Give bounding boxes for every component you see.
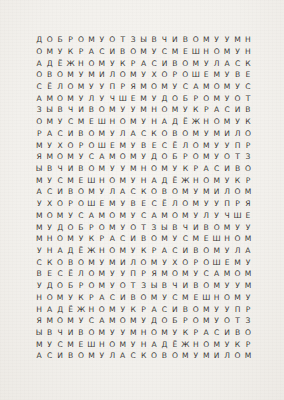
- grid-cell[interactable]: Д: [34, 34, 44, 46]
- grid-cell[interactable]: У: [118, 268, 128, 280]
- grid-cell[interactable]: Р: [86, 292, 96, 304]
- grid-cell[interactable]: У: [128, 175, 138, 187]
- grid-cell[interactable]: О: [97, 222, 107, 234]
- grid-cell[interactable]: Т: [128, 280, 138, 292]
- grid-cell[interactable]: Ё: [76, 245, 86, 257]
- grid-cell[interactable]: С: [55, 268, 65, 280]
- grid-cell[interactable]: М: [201, 186, 211, 198]
- grid-cell[interactable]: В: [180, 304, 190, 316]
- grid-cell[interactable]: К: [44, 257, 54, 269]
- grid-cell[interactable]: О: [170, 350, 180, 362]
- grid-cell[interactable]: М: [65, 69, 75, 81]
- grid-cell[interactable]: У: [55, 116, 65, 128]
- grid-cell[interactable]: И: [191, 222, 201, 234]
- grid-cell[interactable]: М: [128, 151, 138, 163]
- grid-cell[interactable]: У: [138, 116, 148, 128]
- grid-cell[interactable]: Р: [243, 175, 253, 187]
- grid-cell[interactable]: М: [65, 315, 75, 327]
- grid-cell[interactable]: С: [180, 81, 190, 93]
- grid-cell[interactable]: С: [170, 292, 180, 304]
- grid-cell[interactable]: М: [211, 93, 221, 105]
- grid-cell[interactable]: М: [65, 339, 75, 351]
- grid-cell[interactable]: У: [222, 245, 232, 257]
- grid-cell[interactable]: У: [180, 104, 190, 116]
- grid-cell[interactable]: У: [159, 292, 169, 304]
- grid-cell[interactable]: Б: [76, 222, 86, 234]
- grid-cell[interactable]: О: [211, 46, 221, 58]
- grid-cell[interactable]: И: [76, 104, 86, 116]
- grid-cell[interactable]: М: [118, 245, 128, 257]
- grid-cell[interactable]: У: [191, 350, 201, 362]
- grid-cell[interactable]: С: [44, 350, 54, 362]
- grid-cell[interactable]: О: [159, 151, 169, 163]
- grid-cell[interactable]: М: [232, 257, 242, 269]
- grid-cell[interactable]: А: [34, 93, 44, 105]
- grid-cell[interactable]: А: [34, 57, 44, 69]
- grid-cell[interactable]: М: [159, 163, 169, 175]
- grid-cell[interactable]: Ё: [170, 339, 180, 351]
- grid-cell[interactable]: Д: [149, 315, 159, 327]
- grid-cell[interactable]: Ё: [65, 268, 75, 280]
- grid-cell[interactable]: Ш: [191, 46, 201, 58]
- grid-cell[interactable]: М: [65, 175, 75, 187]
- grid-cell[interactable]: У: [222, 280, 232, 292]
- grid-cell[interactable]: С: [222, 104, 232, 116]
- grid-cell[interactable]: С: [138, 128, 148, 140]
- grid-cell[interactable]: У: [118, 163, 128, 175]
- grid-cell[interactable]: У: [232, 222, 242, 234]
- grid-cell[interactable]: М: [138, 93, 148, 105]
- grid-cell[interactable]: О: [180, 57, 190, 69]
- grid-cell[interactable]: О: [201, 257, 211, 269]
- grid-cell[interactable]: В: [159, 186, 169, 198]
- grid-cell[interactable]: О: [243, 128, 253, 140]
- grid-cell[interactable]: У: [211, 198, 221, 210]
- grid-cell[interactable]: Н: [222, 233, 232, 245]
- grid-cell[interactable]: Ш: [211, 233, 221, 245]
- grid-cell[interactable]: О: [232, 233, 242, 245]
- grid-cell[interactable]: М: [201, 139, 211, 151]
- grid-cell[interactable]: М: [159, 327, 169, 339]
- grid-cell[interactable]: Р: [128, 57, 138, 69]
- grid-cell[interactable]: Л: [128, 257, 138, 269]
- grid-cell[interactable]: О: [191, 139, 201, 151]
- grid-cell[interactable]: О: [128, 46, 138, 58]
- grid-cell[interactable]: О: [180, 257, 190, 269]
- grid-cell[interactable]: В: [159, 280, 169, 292]
- grid-cell[interactable]: Ы: [34, 327, 44, 339]
- grid-cell[interactable]: Ё: [159, 198, 169, 210]
- grid-cell[interactable]: У: [211, 304, 221, 316]
- grid-cell[interactable]: О: [107, 339, 117, 351]
- grid-cell[interactable]: У: [243, 222, 253, 234]
- grid-cell[interactable]: У: [97, 34, 107, 46]
- grid-cell[interactable]: У: [149, 46, 159, 58]
- grid-cell[interactable]: Ы: [138, 34, 148, 46]
- grid-cell[interactable]: О: [149, 233, 159, 245]
- grid-cell[interactable]: А: [118, 350, 128, 362]
- grid-cell[interactable]: У: [128, 104, 138, 116]
- grid-cell[interactable]: Ж: [65, 57, 75, 69]
- grid-cell[interactable]: А: [191, 81, 201, 93]
- grid-cell[interactable]: К: [243, 116, 253, 128]
- grid-cell[interactable]: В: [44, 163, 54, 175]
- grid-cell[interactable]: М: [65, 93, 75, 105]
- grid-cell[interactable]: М: [180, 186, 190, 198]
- grid-cell[interactable]: У: [107, 163, 117, 175]
- grid-cell[interactable]: Н: [138, 339, 148, 351]
- grid-cell[interactable]: У: [76, 69, 86, 81]
- grid-cell[interactable]: О: [107, 34, 117, 46]
- grid-cell[interactable]: О: [222, 292, 232, 304]
- grid-cell[interactable]: С: [159, 304, 169, 316]
- grid-cell[interactable]: Я: [149, 268, 159, 280]
- grid-cell[interactable]: В: [232, 69, 242, 81]
- grid-cell[interactable]: У: [107, 327, 117, 339]
- grid-cell[interactable]: С: [55, 339, 65, 351]
- grid-cell[interactable]: У: [243, 292, 253, 304]
- grid-cell[interactable]: И: [222, 163, 232, 175]
- grid-cell[interactable]: У: [159, 257, 169, 269]
- grid-cell[interactable]: У: [201, 198, 211, 210]
- grid-cell[interactable]: Ч: [170, 280, 180, 292]
- grid-cell[interactable]: В: [191, 280, 201, 292]
- grid-cell[interactable]: М: [159, 268, 169, 280]
- grid-cell[interactable]: Н: [243, 34, 253, 46]
- grid-cell[interactable]: И: [180, 280, 190, 292]
- grid-cell[interactable]: О: [191, 151, 201, 163]
- grid-cell[interactable]: Ч: [180, 222, 190, 234]
- grid-cell[interactable]: Т: [232, 151, 242, 163]
- grid-cell[interactable]: О: [222, 315, 232, 327]
- grid-cell[interactable]: У: [97, 93, 107, 105]
- grid-cell[interactable]: О: [170, 210, 180, 222]
- grid-cell[interactable]: Р: [97, 233, 107, 245]
- grid-cell[interactable]: М: [107, 198, 117, 210]
- grid-cell[interactable]: У: [170, 163, 180, 175]
- grid-cell[interactable]: Н: [76, 57, 86, 69]
- grid-cell[interactable]: О: [65, 222, 75, 234]
- grid-cell[interactable]: М: [138, 104, 148, 116]
- grid-cell[interactable]: В: [138, 233, 148, 245]
- grid-cell[interactable]: У: [107, 128, 117, 140]
- grid-cell[interactable]: С: [128, 350, 138, 362]
- grid-cell[interactable]: Е: [149, 139, 159, 151]
- grid-cell[interactable]: Л: [232, 245, 242, 257]
- grid-cell[interactable]: М: [201, 151, 211, 163]
- grid-cell[interactable]: О: [211, 116, 221, 128]
- grid-cell[interactable]: К: [232, 175, 242, 187]
- grid-cell[interactable]: Ш: [201, 292, 211, 304]
- grid-cell[interactable]: Д: [159, 339, 169, 351]
- grid-cell[interactable]: У: [34, 245, 44, 257]
- grid-cell[interactable]: Я: [34, 315, 44, 327]
- grid-cell[interactable]: И: [180, 245, 190, 257]
- grid-cell[interactable]: С: [118, 233, 128, 245]
- grid-cell[interactable]: П: [222, 198, 232, 210]
- grid-cell[interactable]: М: [138, 81, 148, 93]
- grid-cell[interactable]: У: [65, 210, 75, 222]
- grid-cell[interactable]: О: [159, 128, 169, 140]
- grid-cell[interactable]: Ч: [55, 163, 65, 175]
- grid-cell[interactable]: Н: [191, 339, 201, 351]
- grid-cell[interactable]: С: [159, 46, 169, 58]
- grid-cell[interactable]: К: [86, 233, 96, 245]
- grid-cell[interactable]: О: [118, 69, 128, 81]
- grid-cell[interactable]: Ж: [86, 245, 96, 257]
- grid-cell[interactable]: А: [44, 304, 54, 316]
- grid-cell[interactable]: С: [128, 186, 138, 198]
- grid-cell[interactable]: С: [149, 57, 159, 69]
- grid-cell[interactable]: О: [76, 34, 86, 46]
- grid-cell[interactable]: У: [76, 315, 86, 327]
- grid-cell[interactable]: М: [76, 81, 86, 93]
- grid-cell[interactable]: М: [222, 116, 232, 128]
- grid-cell[interactable]: О: [86, 268, 96, 280]
- grid-cell[interactable]: О: [201, 339, 211, 351]
- grid-cell[interactable]: О: [76, 350, 86, 362]
- grid-cell[interactable]: О: [76, 186, 86, 198]
- grid-cell[interactable]: Е: [138, 198, 148, 210]
- grid-cell[interactable]: М: [211, 128, 221, 140]
- grid-cell[interactable]: А: [86, 46, 96, 58]
- grid-cell[interactable]: О: [65, 139, 75, 151]
- grid-cell[interactable]: З: [128, 34, 138, 46]
- grid-cell[interactable]: К: [243, 57, 253, 69]
- grid-cell[interactable]: З: [149, 222, 159, 234]
- grid-cell[interactable]: Н: [138, 175, 148, 187]
- grid-cell[interactable]: М: [138, 46, 148, 58]
- grid-cell[interactable]: Е: [201, 233, 211, 245]
- grid-cell[interactable]: В: [138, 139, 148, 151]
- grid-cell[interactable]: Ч: [159, 34, 169, 46]
- grid-cell[interactable]: М: [128, 315, 138, 327]
- grid-cell[interactable]: Л: [107, 350, 117, 362]
- grid-cell[interactable]: У: [128, 210, 138, 222]
- grid-cell[interactable]: Ж: [180, 175, 190, 187]
- grid-cell[interactable]: О: [86, 57, 96, 69]
- grid-cell[interactable]: У: [222, 304, 232, 316]
- grid-cell[interactable]: Е: [191, 292, 201, 304]
- grid-cell[interactable]: О: [55, 151, 65, 163]
- grid-cell[interactable]: Е: [86, 116, 96, 128]
- grid-cell[interactable]: Р: [201, 104, 211, 116]
- grid-cell[interactable]: М: [211, 280, 221, 292]
- grid-cell[interactable]: О: [201, 245, 211, 257]
- grid-cell[interactable]: В: [170, 57, 180, 69]
- grid-cell[interactable]: М: [211, 245, 221, 257]
- grid-cell[interactable]: С: [170, 245, 180, 257]
- grid-cell[interactable]: У: [170, 233, 180, 245]
- grid-cell[interactable]: Х: [44, 198, 54, 210]
- grid-cell[interactable]: О: [138, 257, 148, 269]
- grid-cell[interactable]: Л: [170, 198, 180, 210]
- grid-cell[interactable]: С: [97, 46, 107, 58]
- grid-cell[interactable]: Е: [180, 46, 190, 58]
- grid-cell[interactable]: Н: [191, 175, 201, 187]
- grid-cell[interactable]: Ё: [170, 175, 180, 187]
- grid-cell[interactable]: С: [232, 57, 242, 69]
- grid-cell[interactable]: Ё: [170, 139, 180, 151]
- grid-cell[interactable]: У: [222, 93, 232, 105]
- grid-cell[interactable]: М: [180, 292, 190, 304]
- grid-cell[interactable]: М: [170, 104, 180, 116]
- grid-cell[interactable]: Ё: [65, 304, 75, 316]
- grid-cell[interactable]: У: [76, 233, 86, 245]
- grid-cell[interactable]: Н: [149, 104, 159, 116]
- grid-cell[interactable]: М: [76, 116, 86, 128]
- grid-cell[interactable]: Н: [201, 46, 211, 58]
- grid-cell[interactable]: У: [232, 46, 242, 58]
- grid-cell[interactable]: М: [211, 69, 221, 81]
- grid-cell[interactable]: С: [149, 198, 159, 210]
- grid-cell[interactable]: В: [149, 34, 159, 46]
- grid-cell[interactable]: М: [232, 292, 242, 304]
- grid-cell[interactable]: О: [180, 198, 190, 210]
- grid-cell[interactable]: К: [138, 245, 148, 257]
- grid-cell[interactable]: П: [128, 268, 138, 280]
- grid-cell[interactable]: И: [222, 128, 232, 140]
- grid-cell[interactable]: У: [222, 34, 232, 46]
- grid-cell[interactable]: О: [180, 69, 190, 81]
- grid-cell[interactable]: О: [149, 327, 159, 339]
- grid-cell[interactable]: С: [55, 175, 65, 187]
- grid-cell[interactable]: М: [201, 81, 211, 93]
- grid-cell[interactable]: У: [107, 280, 117, 292]
- grid-cell[interactable]: О: [55, 233, 65, 245]
- grid-cell[interactable]: К: [138, 186, 148, 198]
- grid-cell[interactable]: М: [97, 327, 107, 339]
- grid-cell[interactable]: В: [34, 268, 44, 280]
- grid-cell[interactable]: В: [170, 128, 180, 140]
- grid-cell[interactable]: С: [138, 210, 148, 222]
- grid-cell[interactable]: О: [97, 304, 107, 316]
- grid-cell[interactable]: О: [232, 268, 242, 280]
- grid-cell[interactable]: Л: [201, 210, 211, 222]
- grid-cell[interactable]: О: [232, 350, 242, 362]
- grid-cell[interactable]: М: [97, 268, 107, 280]
- grid-cell[interactable]: Х: [55, 139, 65, 151]
- grid-cell[interactable]: В: [76, 327, 86, 339]
- grid-cell[interactable]: В: [65, 350, 75, 362]
- grid-cell[interactable]: Р: [170, 69, 180, 81]
- grid-cell[interactable]: Р: [191, 257, 201, 269]
- grid-cell[interactable]: У: [107, 57, 117, 69]
- grid-cell[interactable]: Ё: [55, 57, 65, 69]
- grid-cell[interactable]: У: [201, 128, 211, 140]
- grid-cell[interactable]: О: [86, 327, 96, 339]
- grid-cell[interactable]: Л: [211, 57, 221, 69]
- grid-cell[interactable]: У: [170, 327, 180, 339]
- grid-cell[interactable]: А: [118, 186, 128, 198]
- grid-cell[interactable]: Е: [107, 139, 117, 151]
- grid-cell[interactable]: О: [211, 222, 221, 234]
- grid-cell[interactable]: У: [201, 57, 211, 69]
- grid-cell[interactable]: М: [97, 280, 107, 292]
- grid-cell[interactable]: К: [65, 46, 75, 58]
- grid-cell[interactable]: М: [201, 304, 211, 316]
- grid-cell[interactable]: М: [170, 46, 180, 58]
- grid-cell[interactable]: М: [180, 210, 190, 222]
- grid-cell[interactable]: Ы: [159, 222, 169, 234]
- grid-cell[interactable]: У: [97, 186, 107, 198]
- grid-cell[interactable]: М: [86, 186, 96, 198]
- grid-cell[interactable]: У: [211, 315, 221, 327]
- grid-cell[interactable]: В: [128, 292, 138, 304]
- grid-cell[interactable]: А: [243, 245, 253, 257]
- grid-cell[interactable]: О: [86, 139, 96, 151]
- grid-cell[interactable]: П: [232, 304, 242, 316]
- grid-cell[interactable]: У: [222, 339, 232, 351]
- grid-cell[interactable]: Ч: [65, 104, 75, 116]
- grid-cell[interactable]: М: [128, 116, 138, 128]
- grid-cell[interactable]: А: [97, 292, 107, 304]
- grid-cell[interactable]: М: [97, 128, 107, 140]
- grid-cell[interactable]: Л: [180, 139, 190, 151]
- grid-cell[interactable]: Ш: [86, 175, 96, 187]
- grid-cell[interactable]: М: [44, 93, 54, 105]
- grid-cell[interactable]: У: [222, 175, 232, 187]
- grid-cell[interactable]: В: [191, 245, 201, 257]
- grid-cell[interactable]: В: [170, 222, 180, 234]
- grid-cell[interactable]: Ё: [180, 116, 190, 128]
- grid-cell[interactable]: У: [138, 69, 148, 81]
- grid-cell[interactable]: М: [222, 222, 232, 234]
- grid-cell[interactable]: С: [201, 268, 211, 280]
- grid-cell[interactable]: Е: [243, 210, 253, 222]
- grid-cell[interactable]: Р: [118, 81, 128, 93]
- grid-cell[interactable]: О: [211, 81, 221, 93]
- grid-cell[interactable]: Н: [107, 116, 117, 128]
- grid-cell[interactable]: Ш: [97, 116, 107, 128]
- grid-cell[interactable]: К: [180, 327, 190, 339]
- grid-cell[interactable]: Б: [170, 151, 180, 163]
- grid-cell[interactable]: У: [191, 268, 201, 280]
- grid-cell[interactable]: К: [128, 304, 138, 316]
- grid-cell[interactable]: М: [243, 233, 253, 245]
- grid-cell[interactable]: Ш: [191, 69, 201, 81]
- grid-cell[interactable]: Р: [76, 46, 86, 58]
- grid-cell[interactable]: И: [232, 104, 242, 116]
- grid-cell[interactable]: Р: [138, 304, 148, 316]
- grid-cell[interactable]: У: [138, 315, 148, 327]
- grid-cell[interactable]: В: [159, 350, 169, 362]
- grid-cell[interactable]: О: [44, 210, 54, 222]
- grid-cell[interactable]: У: [76, 151, 86, 163]
- grid-cell[interactable]: Ш: [86, 198, 96, 210]
- grid-cell[interactable]: Ч: [107, 93, 117, 105]
- grid-cell[interactable]: Н: [97, 175, 107, 187]
- grid-cell[interactable]: М: [191, 198, 201, 210]
- grid-cell[interactable]: И: [159, 57, 169, 69]
- grid-cell[interactable]: Л: [107, 69, 117, 81]
- grid-cell[interactable]: Д: [170, 116, 180, 128]
- grid-cell[interactable]: О: [159, 104, 169, 116]
- grid-cell[interactable]: О: [107, 245, 117, 257]
- grid-cell[interactable]: У: [86, 81, 96, 93]
- grid-cell[interactable]: Л: [222, 186, 232, 198]
- grid-cell[interactable]: Ж: [191, 116, 201, 128]
- grid-cell[interactable]: С: [86, 315, 96, 327]
- grid-cell[interactable]: М: [159, 81, 169, 93]
- grid-cell[interactable]: В: [44, 327, 54, 339]
- grid-cell[interactable]: У: [232, 81, 242, 93]
- grid-cell[interactable]: О: [107, 175, 117, 187]
- grid-cell[interactable]: О: [86, 280, 96, 292]
- grid-cell[interactable]: У: [97, 257, 107, 269]
- grid-cell[interactable]: М: [107, 257, 117, 269]
- grid-cell[interactable]: Ш: [211, 257, 221, 269]
